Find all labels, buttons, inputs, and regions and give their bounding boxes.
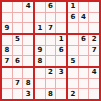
cell-r9c9[interactable] (89, 89, 99, 99)
cell-r9c4[interactable] (35, 89, 45, 99)
cell-r8c2[interactable]: 7 (13, 79, 23, 89)
cell-r9c1[interactable] (2, 89, 12, 99)
cell-r6c4[interactable]: 8 (35, 56, 45, 66)
cell-r2c7[interactable]: 6 (68, 13, 78, 23)
cell-r8c6[interactable] (56, 79, 66, 89)
cell-r5c1[interactable]: 8 (2, 46, 12, 56)
cell-r9c2[interactable] (13, 89, 23, 99)
cell-r8c4[interactable] (35, 79, 45, 89)
box-2-2: 42 (68, 68, 99, 99)
cell-r3c2[interactable] (13, 23, 23, 33)
box-0-2: 164 (68, 2, 99, 33)
cell-r1c8[interactable] (79, 2, 89, 12)
cell-r9c6[interactable] (56, 89, 66, 99)
cell-r2c9[interactable] (89, 13, 99, 23)
cell-r1c9[interactable] (89, 2, 99, 12)
cell-r1c1[interactable] (2, 2, 12, 12)
cell-r3c3[interactable] (23, 23, 33, 33)
cell-r7c7[interactable] (68, 68, 78, 78)
cell-r5c4[interactable]: 9 (35, 46, 45, 56)
cell-r7c5[interactable]: 2 (46, 68, 56, 78)
cell-r1c3[interactable]: 4 (23, 2, 33, 12)
cell-r5c9[interactable]: 7 (89, 46, 99, 56)
cell-r2c6[interactable] (56, 13, 66, 23)
cell-r5c3[interactable] (23, 46, 33, 56)
cell-r6c3[interactable] (23, 56, 33, 66)
cell-r6c7[interactable]: 5 (68, 56, 78, 66)
cell-r7c9[interactable]: 4 (89, 68, 99, 78)
box-2-1: 238 (35, 68, 66, 99)
cell-r5c2[interactable] (13, 46, 23, 56)
box-1-0: 5876 (2, 35, 33, 66)
cell-r1c6[interactable] (56, 2, 66, 12)
cell-r5c7[interactable] (68, 46, 78, 56)
cell-r9c7[interactable]: 2 (68, 89, 78, 99)
cell-r2c3[interactable] (23, 13, 33, 23)
cell-r4c3[interactable] (23, 35, 33, 45)
cell-r7c1[interactable] (2, 68, 12, 78)
box-2-0: 783 (2, 68, 33, 99)
box-0-0: 49 (2, 2, 33, 33)
sudoku-board: 4961716458761968627578323842 (0, 0, 101, 101)
cell-r2c5[interactable] (46, 13, 56, 23)
cell-r3c6[interactable] (56, 23, 66, 33)
cell-r6c5[interactable] (46, 56, 56, 66)
cell-r5c6[interactable]: 6 (56, 46, 66, 56)
cell-r6c2[interactable]: 6 (13, 56, 23, 66)
cell-r3c1[interactable]: 9 (2, 23, 12, 33)
cell-r4c9[interactable]: 2 (89, 35, 99, 45)
cell-r8c7[interactable] (68, 79, 78, 89)
cell-r1c7[interactable]: 1 (68, 2, 78, 12)
cell-r3c4[interactable]: 1 (35, 23, 45, 33)
cell-r3c9[interactable] (89, 23, 99, 33)
cell-r7c3[interactable] (23, 68, 33, 78)
cell-r2c8[interactable]: 4 (79, 13, 89, 23)
cell-r8c8[interactable] (79, 79, 89, 89)
cell-r6c6[interactable] (56, 56, 66, 66)
cell-r4c5[interactable] (46, 35, 56, 45)
cell-r9c3[interactable]: 3 (23, 89, 33, 99)
cell-r8c1[interactable] (2, 79, 12, 89)
cell-r5c5[interactable] (46, 46, 56, 56)
cell-r8c5[interactable] (46, 79, 56, 89)
cell-r7c6[interactable]: 3 (56, 68, 66, 78)
cell-r6c9[interactable] (89, 56, 99, 66)
cell-r7c8[interactable] (79, 68, 89, 78)
cell-r4c8[interactable]: 6 (79, 35, 89, 45)
cell-r1c4[interactable] (35, 2, 45, 12)
cell-r9c8[interactable] (79, 89, 89, 99)
cell-r2c2[interactable] (13, 13, 23, 23)
cell-r7c2[interactable] (13, 68, 23, 78)
cell-r1c2[interactable] (13, 2, 23, 12)
cell-r9c5[interactable]: 8 (46, 89, 56, 99)
cell-r4c1[interactable] (2, 35, 12, 45)
cell-r4c4[interactable] (35, 35, 45, 45)
cell-r1c5[interactable]: 6 (46, 2, 56, 12)
cell-r3c5[interactable]: 7 (46, 23, 56, 33)
cell-r2c1[interactable] (2, 13, 12, 23)
cell-r6c1[interactable]: 7 (2, 56, 12, 66)
box-1-1: 1968 (35, 35, 66, 66)
cell-r7c4[interactable] (35, 68, 45, 78)
cell-r6c8[interactable] (79, 56, 89, 66)
cell-r4c7[interactable] (68, 35, 78, 45)
cell-r8c9[interactable] (89, 79, 99, 89)
cell-r5c8[interactable] (79, 46, 89, 56)
cell-r3c8[interactable] (79, 23, 89, 33)
box-0-1: 617 (35, 2, 66, 33)
cell-r3c7[interactable] (68, 23, 78, 33)
cell-r8c3[interactable]: 8 (23, 79, 33, 89)
cell-r4c2[interactable]: 5 (13, 35, 23, 45)
cell-r2c4[interactable] (35, 13, 45, 23)
cell-r4c6[interactable]: 1 (56, 35, 66, 45)
box-1-2: 6275 (68, 35, 99, 66)
